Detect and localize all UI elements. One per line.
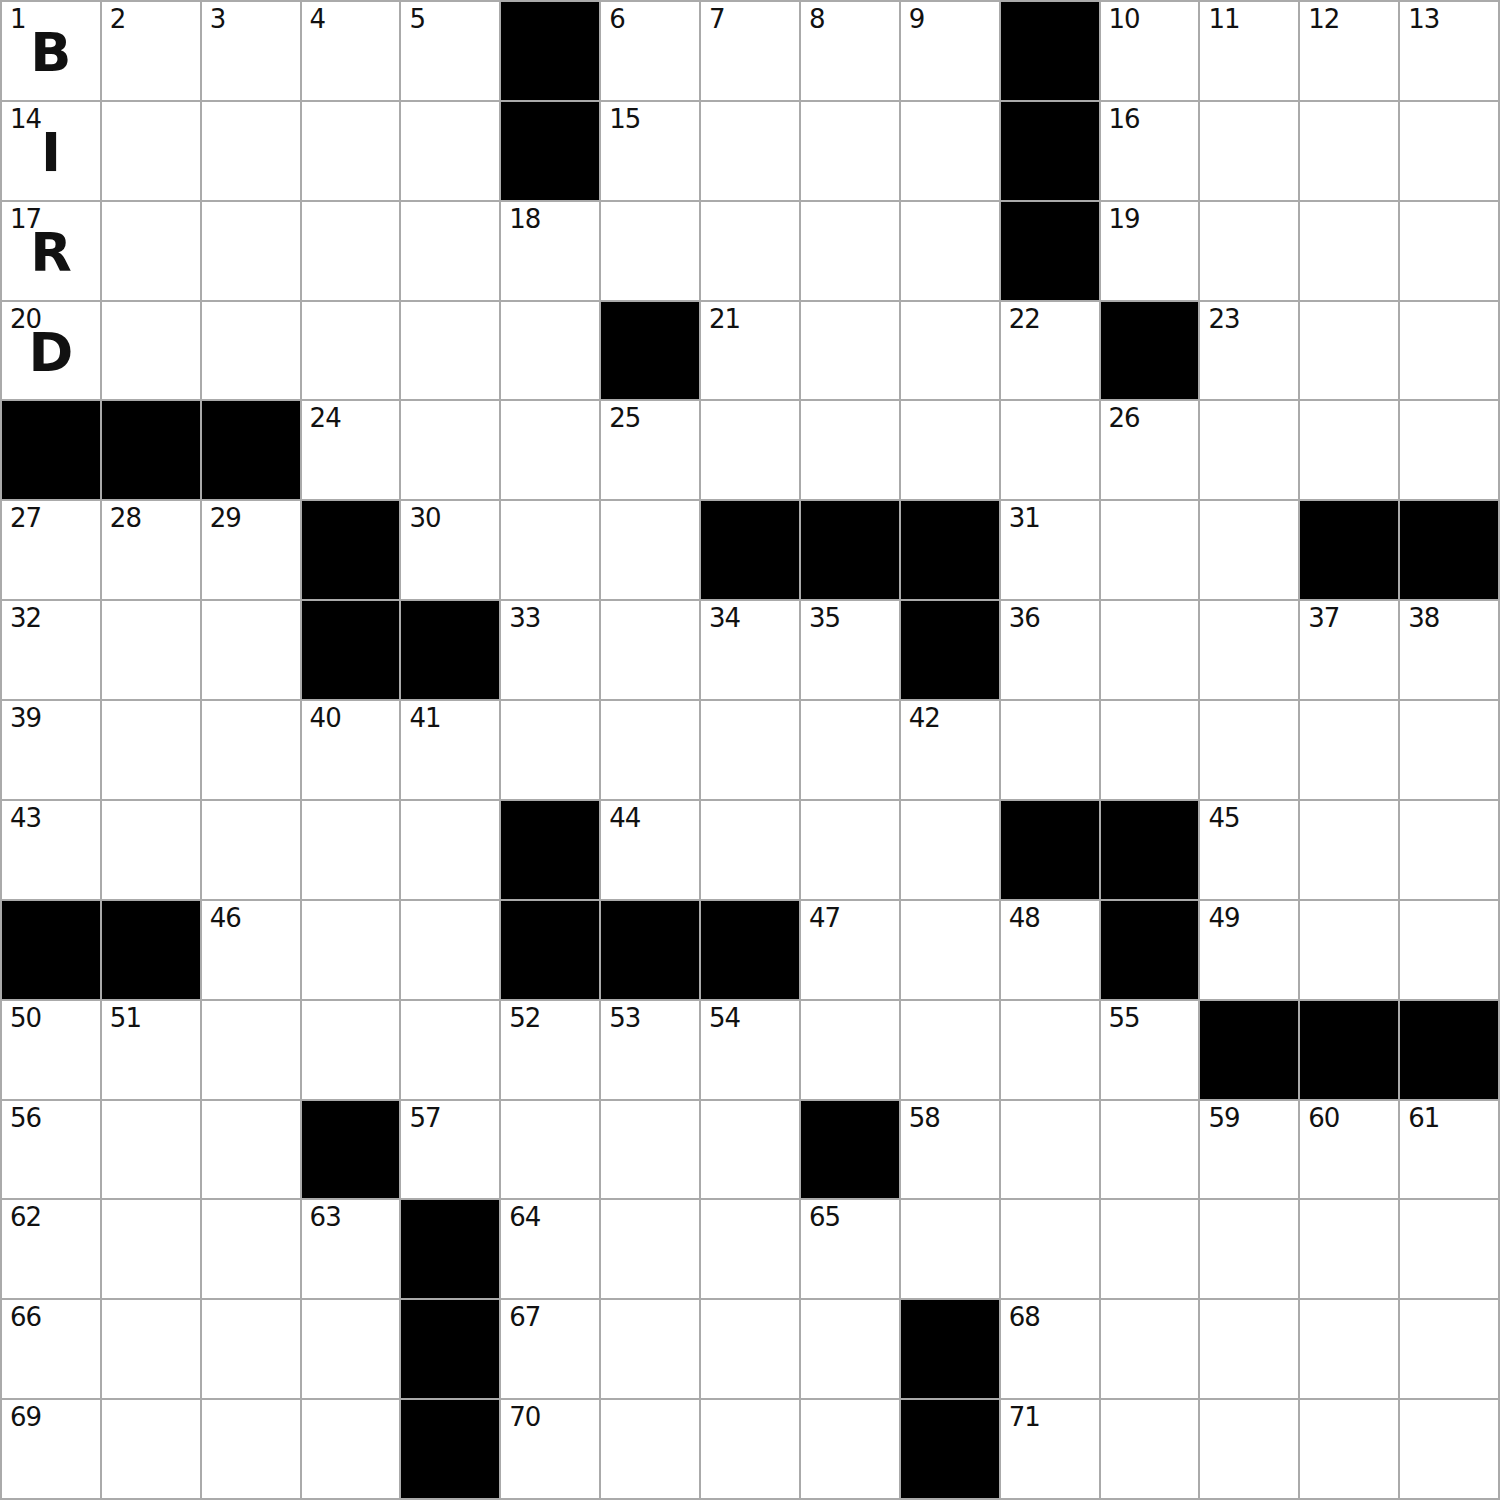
black-square — [1200, 1001, 1298, 1099]
letter-cell-r1c2[interactable] — [202, 102, 300, 200]
black-square — [1001, 2, 1099, 100]
letter-cell-r11c2[interactable] — [202, 1101, 300, 1199]
letter-cell-r14c14[interactable] — [1400, 1400, 1498, 1498]
clue-number: 62 — [10, 1203, 41, 1232]
letter-cell-r13c11[interactable] — [1101, 1300, 1199, 1398]
clue-number: 57 — [409, 1104, 440, 1133]
letter-cell-r0c2[interactable]: 3 — [202, 2, 300, 100]
letter-cell-r8c8[interactable] — [801, 801, 899, 899]
letter-cell-r7c10[interactable] — [1001, 701, 1099, 799]
letter-cell-r11c14[interactable]: 61 — [1400, 1101, 1498, 1199]
letter-cell-r6c7[interactable]: 34 — [701, 601, 799, 699]
clue-number: 3 — [210, 5, 226, 34]
clue-number: 56 — [10, 1104, 41, 1133]
clue-number: 50 — [10, 1004, 41, 1033]
letter-cell-r12c11[interactable] — [1101, 1200, 1199, 1298]
letter-cell-r7c6[interactable] — [601, 701, 699, 799]
clue-number: 5 — [409, 5, 425, 34]
clue-number: 22 — [1009, 305, 1040, 334]
letter-cell-r14c3[interactable] — [302, 1400, 400, 1498]
clue-number: 41 — [409, 704, 440, 733]
clue-number: 68 — [1009, 1303, 1040, 1332]
black-square — [1001, 202, 1099, 300]
clue-number: 18 — [509, 205, 540, 234]
clue-number: 33 — [509, 604, 540, 633]
clue-number: 28 — [110, 504, 141, 533]
clue-number: 39 — [10, 704, 41, 733]
clue-number: 69 — [10, 1403, 41, 1432]
letter-cell-r2c6[interactable] — [601, 202, 699, 300]
letter-cell-r6c14[interactable]: 38 — [1400, 601, 1498, 699]
clue-number: 12 — [1308, 5, 1339, 34]
letter-cell-r7c7[interactable] — [701, 701, 799, 799]
letter-cell-r11c13[interactable]: 60 — [1300, 1101, 1398, 1199]
letter-cell-r1c3[interactable] — [302, 102, 400, 200]
clue-number: 13 — [1408, 5, 1439, 34]
clue-number: 32 — [10, 604, 41, 633]
black-square — [302, 601, 400, 699]
letter-cell-r9c14[interactable] — [1400, 901, 1498, 999]
letter-cell-r2c14[interactable] — [1400, 202, 1498, 300]
black-square — [801, 1101, 899, 1199]
letter-cell-r12c5[interactable]: 64 — [501, 1200, 599, 1298]
letter-cell-r4c14[interactable] — [1400, 401, 1498, 499]
letter-cell-r1c11[interactable]: 16 — [1101, 102, 1199, 200]
letter-cell-r6c1[interactable] — [102, 601, 200, 699]
letter-cell-r4c12[interactable] — [1200, 401, 1298, 499]
letter-cell-r0c0[interactable]: 1B — [2, 2, 100, 100]
letter-cell-r14c5[interactable]: 70 — [501, 1400, 599, 1498]
letter-cell-r7c4[interactable]: 41 — [401, 701, 499, 799]
clue-number: 21 — [709, 305, 740, 334]
letter-cell-r14c11[interactable] — [1101, 1400, 1199, 1498]
clue-number: 38 — [1408, 604, 1439, 633]
letter-cell-r2c5[interactable]: 18 — [501, 202, 599, 300]
letter-cell-r4c11[interactable]: 26 — [1101, 401, 1199, 499]
letter-cell-r8c9[interactable] — [901, 801, 999, 899]
letter-cell-r8c7[interactable] — [701, 801, 799, 899]
crossword-board: 1B234567891011121314I151617R181920D21222… — [0, 0, 1500, 1500]
clue-number: 19 — [1109, 205, 1140, 234]
black-square — [1400, 1001, 1498, 1099]
letter-cell-r14c7[interactable] — [701, 1400, 799, 1498]
letter-cell-r0c12[interactable]: 11 — [1200, 2, 1298, 100]
black-square — [401, 1200, 499, 1298]
letter-cell-r11c9[interactable]: 58 — [901, 1101, 999, 1199]
letter-cell-r2c1[interactable] — [102, 202, 200, 300]
black-square — [1101, 801, 1199, 899]
letter-cell-r1c7[interactable] — [701, 102, 799, 200]
letter-cell-r13c12[interactable] — [1200, 1300, 1298, 1398]
black-square — [701, 901, 799, 999]
letter-cell-r5c12[interactable] — [1200, 501, 1298, 599]
letter-cell-r6c11[interactable] — [1101, 601, 1199, 699]
letter-cell-r10c9[interactable] — [901, 1001, 999, 1099]
letter-cell-r2c3[interactable] — [302, 202, 400, 300]
clue-number: 4 — [310, 5, 326, 34]
letter-cell-r5c10[interactable]: 31 — [1001, 501, 1099, 599]
black-square — [1300, 501, 1398, 599]
letter-cell-r9c3[interactable] — [302, 901, 400, 999]
letter-cell-r2c9[interactable] — [901, 202, 999, 300]
black-square — [901, 601, 999, 699]
letter-cell-r6c12[interactable] — [1200, 601, 1298, 699]
black-square — [1400, 501, 1498, 599]
letter-cell-r11c4[interactable]: 57 — [401, 1101, 499, 1199]
letter-cell-r14c6[interactable] — [601, 1400, 699, 1498]
letter-cell-r12c6[interactable] — [601, 1200, 699, 1298]
letter-cell-r14c1[interactable] — [102, 1400, 200, 1498]
letter-cell-r12c10[interactable] — [1001, 1200, 1099, 1298]
letter-cell-r10c7[interactable]: 54 — [701, 1001, 799, 1099]
letter-cell-r4c7[interactable] — [701, 401, 799, 499]
clue-number: 71 — [1009, 1403, 1040, 1432]
letter-cell-r7c14[interactable] — [1400, 701, 1498, 799]
letter-cell-r1c0[interactable]: 14I — [2, 102, 100, 200]
letter-cell-r13c10[interactable]: 68 — [1001, 1300, 1099, 1398]
black-square — [901, 1300, 999, 1398]
letter-cell-r4c9[interactable] — [901, 401, 999, 499]
letter-cell-r11c6[interactable] — [601, 1101, 699, 1199]
letter-cell-r6c0[interactable]: 32 — [2, 601, 100, 699]
letter-cell-r3c4[interactable] — [401, 302, 499, 400]
cell-letter: I — [2, 102, 100, 200]
clue-number: 58 — [909, 1104, 940, 1133]
letter-cell-r0c8[interactable]: 8 — [801, 2, 899, 100]
letter-cell-r8c0[interactable]: 43 — [2, 801, 100, 899]
letter-cell-r12c12[interactable] — [1200, 1200, 1298, 1298]
letter-cell-r7c11[interactable] — [1101, 701, 1199, 799]
black-square — [401, 1300, 499, 1398]
letter-cell-r0c3[interactable]: 4 — [302, 2, 400, 100]
letter-cell-r13c5[interactable]: 67 — [501, 1300, 599, 1398]
letter-cell-r12c7[interactable] — [701, 1200, 799, 1298]
letter-cell-r3c9[interactable] — [901, 302, 999, 400]
black-square — [801, 501, 899, 599]
cell-letter: R — [2, 202, 100, 300]
letter-cell-r5c2[interactable]: 29 — [202, 501, 300, 599]
letter-cell-r0c9[interactable]: 9 — [901, 2, 999, 100]
letter-cell-r2c2[interactable] — [202, 202, 300, 300]
clue-number: 43 — [10, 804, 41, 833]
clue-number: 23 — [1208, 305, 1239, 334]
clue-number: 16 — [1109, 105, 1140, 134]
letter-cell-r13c0[interactable]: 66 — [2, 1300, 100, 1398]
letter-cell-r1c6[interactable]: 15 — [601, 102, 699, 200]
letter-cell-r2c8[interactable] — [801, 202, 899, 300]
clue-number: 15 — [609, 105, 640, 134]
black-square — [302, 1101, 400, 1199]
letter-cell-r14c2[interactable] — [202, 1400, 300, 1498]
letter-cell-r0c1[interactable]: 2 — [102, 2, 200, 100]
letter-cell-r12c8[interactable]: 65 — [801, 1200, 899, 1298]
clue-number: 59 — [1208, 1104, 1239, 1133]
letter-cell-r3c8[interactable] — [801, 302, 899, 400]
letter-cell-r6c10[interactable]: 36 — [1001, 601, 1099, 699]
clue-number: 42 — [909, 704, 940, 733]
letter-cell-r12c3[interactable]: 63 — [302, 1200, 400, 1298]
clue-number: 26 — [1109, 404, 1140, 433]
letter-cell-r12c0[interactable]: 62 — [2, 1200, 100, 1298]
black-square — [901, 1400, 999, 1498]
letter-cell-r12c14[interactable] — [1400, 1200, 1498, 1298]
letter-cell-r13c1[interactable] — [102, 1300, 200, 1398]
clue-number: 45 — [1208, 804, 1239, 833]
letter-cell-r7c3[interactable]: 40 — [302, 701, 400, 799]
black-square — [501, 801, 599, 899]
letter-cell-r10c11[interactable]: 55 — [1101, 1001, 1199, 1099]
letter-cell-r11c12[interactable]: 59 — [1200, 1101, 1298, 1199]
letter-cell-r1c13[interactable] — [1300, 102, 1398, 200]
clue-number: 64 — [509, 1203, 540, 1232]
letter-cell-r0c6[interactable]: 6 — [601, 2, 699, 100]
letter-cell-r5c6[interactable] — [601, 501, 699, 599]
letter-cell-r3c12[interactable]: 23 — [1200, 302, 1298, 400]
letter-cell-r13c13[interactable] — [1300, 1300, 1398, 1398]
letter-cell-r9c8[interactable]: 47 — [801, 901, 899, 999]
black-square — [401, 1400, 499, 1498]
letter-cell-r8c13[interactable] — [1300, 801, 1398, 899]
letter-cell-r1c12[interactable] — [1200, 102, 1298, 200]
letter-cell-r7c5[interactable] — [501, 701, 599, 799]
letter-cell-r0c7[interactable]: 7 — [701, 2, 799, 100]
black-square — [2, 901, 100, 999]
letter-cell-r1c9[interactable] — [901, 102, 999, 200]
letter-cell-r10c6[interactable]: 53 — [601, 1001, 699, 1099]
letter-cell-r13c14[interactable] — [1400, 1300, 1498, 1398]
letter-cell-r13c3[interactable] — [302, 1300, 400, 1398]
letter-cell-r13c8[interactable] — [801, 1300, 899, 1398]
clue-number: 11 — [1208, 5, 1239, 34]
clue-number: 31 — [1009, 504, 1040, 533]
clue-number: 27 — [10, 504, 41, 533]
cell-letter: D — [2, 302, 100, 400]
letter-cell-r4c6[interactable]: 25 — [601, 401, 699, 499]
letter-cell-r8c3[interactable] — [302, 801, 400, 899]
clue-number: 63 — [310, 1203, 341, 1232]
black-square — [501, 102, 599, 200]
letter-cell-r6c6[interactable] — [601, 601, 699, 699]
letter-cell-r9c13[interactable] — [1300, 901, 1398, 999]
letter-cell-r0c11[interactable]: 10 — [1101, 2, 1199, 100]
clue-number: 54 — [709, 1004, 740, 1033]
letter-cell-r8c2[interactable] — [202, 801, 300, 899]
letter-cell-r10c0[interactable]: 50 — [2, 1001, 100, 1099]
letter-cell-r0c4[interactable]: 5 — [401, 2, 499, 100]
clue-number: 65 — [809, 1203, 840, 1232]
letter-cell-r7c9[interactable]: 42 — [901, 701, 999, 799]
letter-cell-r5c1[interactable]: 28 — [102, 501, 200, 599]
letter-cell-r10c4[interactable] — [401, 1001, 499, 1099]
clue-number: 51 — [110, 1004, 141, 1033]
clue-number: 44 — [609, 804, 640, 833]
letter-cell-r3c5[interactable] — [501, 302, 599, 400]
cell-letter: B — [2, 2, 100, 100]
letter-cell-r6c8[interactable]: 35 — [801, 601, 899, 699]
clue-number: 70 — [509, 1403, 540, 1432]
letter-cell-r4c3[interactable]: 24 — [302, 401, 400, 499]
letter-cell-r7c8[interactable] — [801, 701, 899, 799]
letter-cell-r8c12[interactable]: 45 — [1200, 801, 1298, 899]
clue-number: 8 — [809, 5, 825, 34]
clue-number: 48 — [1009, 904, 1040, 933]
letter-cell-r3c1[interactable] — [102, 302, 200, 400]
letter-cell-r10c2[interactable] — [202, 1001, 300, 1099]
clue-number: 47 — [809, 904, 840, 933]
letter-cell-r1c8[interactable] — [801, 102, 899, 200]
clue-number: 55 — [1109, 1004, 1140, 1033]
letter-cell-r7c2[interactable] — [202, 701, 300, 799]
letter-cell-r11c7[interactable] — [701, 1101, 799, 1199]
letter-cell-r9c4[interactable] — [401, 901, 499, 999]
clue-number: 49 — [1208, 904, 1239, 933]
clue-number: 67 — [509, 1303, 540, 1332]
letter-cell-r11c11[interactable] — [1101, 1101, 1199, 1199]
letter-cell-r7c0[interactable]: 39 — [2, 701, 100, 799]
black-square — [501, 901, 599, 999]
black-square — [901, 501, 999, 599]
letter-cell-r3c14[interactable] — [1400, 302, 1498, 400]
letter-cell-r2c4[interactable] — [401, 202, 499, 300]
clue-number: 30 — [409, 504, 440, 533]
letter-cell-r2c0[interactable]: 17R — [2, 202, 100, 300]
clue-number: 52 — [509, 1004, 540, 1033]
black-square — [1001, 801, 1099, 899]
clue-number: 35 — [809, 604, 840, 633]
letter-cell-r4c5[interactable] — [501, 401, 599, 499]
clue-number: 2 — [110, 5, 126, 34]
letter-cell-r9c12[interactable]: 49 — [1200, 901, 1298, 999]
clue-number: 6 — [609, 5, 625, 34]
clue-number: 66 — [10, 1303, 41, 1332]
letter-cell-r12c9[interactable] — [901, 1200, 999, 1298]
letter-cell-r5c5[interactable] — [501, 501, 599, 599]
letter-cell-r9c10[interactable]: 48 — [1001, 901, 1099, 999]
clue-number: 36 — [1009, 604, 1040, 633]
black-square — [1101, 302, 1199, 400]
letter-cell-r11c5[interactable] — [501, 1101, 599, 1199]
letter-cell-r3c13[interactable] — [1300, 302, 1398, 400]
letter-cell-r6c13[interactable]: 37 — [1300, 601, 1398, 699]
letter-cell-r4c8[interactable] — [801, 401, 899, 499]
crossword-puzzle: 1B234567891011121314I151617R181920D21222… — [0, 0, 1500, 1500]
letter-cell-r4c4[interactable] — [401, 401, 499, 499]
letter-cell-r14c0[interactable]: 69 — [2, 1400, 100, 1498]
letter-cell-r3c2[interactable] — [202, 302, 300, 400]
letter-cell-r12c13[interactable] — [1300, 1200, 1398, 1298]
letter-cell-r4c10[interactable] — [1001, 401, 1099, 499]
letter-cell-r6c2[interactable] — [202, 601, 300, 699]
black-square — [202, 401, 300, 499]
letter-cell-r0c13[interactable]: 12 — [1300, 2, 1398, 100]
letter-cell-r3c7[interactable]: 21 — [701, 302, 799, 400]
clue-number: 24 — [310, 404, 341, 433]
letter-cell-r5c11[interactable] — [1101, 501, 1199, 599]
black-square — [1001, 102, 1099, 200]
letter-cell-r7c1[interactable] — [102, 701, 200, 799]
letter-cell-r9c2[interactable]: 46 — [202, 901, 300, 999]
letter-cell-r1c1[interactable] — [102, 102, 200, 200]
clue-number: 61 — [1408, 1104, 1439, 1133]
letter-cell-r14c13[interactable] — [1300, 1400, 1398, 1498]
letter-cell-r9c9[interactable] — [901, 901, 999, 999]
letter-cell-r8c4[interactable] — [401, 801, 499, 899]
black-square — [1300, 1001, 1398, 1099]
black-square — [2, 401, 100, 499]
clue-number: 40 — [310, 704, 341, 733]
clue-number: 34 — [709, 604, 740, 633]
letter-cell-r12c1[interactable] — [102, 1200, 200, 1298]
letter-cell-r0c14[interactable]: 13 — [1400, 2, 1498, 100]
letter-cell-r14c10[interactable]: 71 — [1001, 1400, 1099, 1498]
clue-number: 25 — [609, 404, 640, 433]
letter-cell-r10c3[interactable] — [302, 1001, 400, 1099]
letter-cell-r3c0[interactable]: 20D — [2, 302, 100, 400]
letter-cell-r13c2[interactable] — [202, 1300, 300, 1398]
letter-cell-r12c2[interactable] — [202, 1200, 300, 1298]
letter-cell-r8c1[interactable] — [102, 801, 200, 899]
clue-number: 9 — [909, 5, 925, 34]
clue-number: 60 — [1308, 1104, 1339, 1133]
letter-cell-r10c1[interactable]: 51 — [102, 1001, 200, 1099]
clue-number: 29 — [210, 504, 241, 533]
letter-cell-r7c12[interactable] — [1200, 701, 1298, 799]
clue-number: 53 — [609, 1004, 640, 1033]
letter-cell-r4c13[interactable] — [1300, 401, 1398, 499]
letter-cell-r11c10[interactable] — [1001, 1101, 1099, 1199]
letter-cell-r1c4[interactable] — [401, 102, 499, 200]
letter-cell-r10c8[interactable] — [801, 1001, 899, 1099]
letter-cell-r13c6[interactable] — [601, 1300, 699, 1398]
letter-cell-r11c0[interactable]: 56 — [2, 1101, 100, 1199]
black-square — [601, 901, 699, 999]
clue-number: 7 — [709, 5, 725, 34]
letter-cell-r14c12[interactable] — [1200, 1400, 1298, 1498]
black-square — [102, 401, 200, 499]
letter-cell-r13c7[interactable] — [701, 1300, 799, 1398]
letter-cell-r5c4[interactable]: 30 — [401, 501, 499, 599]
letter-cell-r8c14[interactable] — [1400, 801, 1498, 899]
letter-cell-r2c12[interactable] — [1200, 202, 1298, 300]
letter-cell-r2c13[interactable] — [1300, 202, 1398, 300]
letter-cell-r8c6[interactable]: 44 — [601, 801, 699, 899]
black-square — [401, 601, 499, 699]
letter-cell-r14c8[interactable] — [801, 1400, 899, 1498]
black-square — [102, 901, 200, 999]
letter-cell-r7c13[interactable] — [1300, 701, 1398, 799]
clue-number: 10 — [1109, 5, 1140, 34]
clue-number: 46 — [210, 904, 241, 933]
letter-cell-r3c3[interactable] — [302, 302, 400, 400]
letter-cell-r6c5[interactable]: 33 — [501, 601, 599, 699]
black-square — [1101, 901, 1199, 999]
black-square — [302, 501, 400, 599]
letter-cell-r10c10[interactable] — [1001, 1001, 1099, 1099]
letter-cell-r10c5[interactable]: 52 — [501, 1001, 599, 1099]
black-square — [501, 2, 599, 100]
black-square — [701, 501, 799, 599]
letter-cell-r5c0[interactable]: 27 — [2, 501, 100, 599]
clue-number: 37 — [1308, 604, 1339, 633]
letter-cell-r1c14[interactable] — [1400, 102, 1498, 200]
letter-cell-r2c7[interactable] — [701, 202, 799, 300]
letter-cell-r2c11[interactable]: 19 — [1101, 202, 1199, 300]
letter-cell-r3c10[interactable]: 22 — [1001, 302, 1099, 400]
black-square — [601, 302, 699, 400]
letter-cell-r11c1[interactable] — [102, 1101, 200, 1199]
